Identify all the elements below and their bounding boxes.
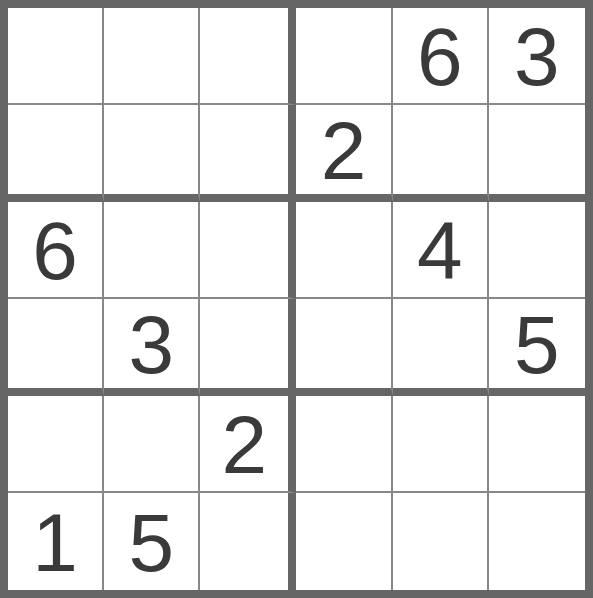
cell-r5c3[interactable]: 2 [200, 396, 296, 493]
cell-r2c2[interactable] [104, 105, 200, 202]
cell-r6c5[interactable] [393, 493, 489, 590]
cell-r1c4[interactable] [296, 8, 392, 105]
cell-r2c1[interactable] [8, 105, 104, 202]
given-digit: 6 [32, 208, 78, 292]
cell-r1c6[interactable]: 3 [489, 8, 585, 105]
cell-r4c6[interactable]: 5 [489, 299, 585, 396]
given-digit: 6 [417, 14, 463, 98]
cell-r5c4[interactable] [296, 396, 392, 493]
cell-r6c1[interactable]: 1 [8, 493, 104, 590]
sudoku-board: 6326435215 [0, 0, 593, 598]
cell-r3c5[interactable]: 4 [393, 202, 489, 299]
cell-r5c2[interactable] [104, 396, 200, 493]
cell-r4c4[interactable] [296, 299, 392, 396]
cell-r3c3[interactable] [200, 202, 296, 299]
cell-r3c2[interactable] [104, 202, 200, 299]
cell-r5c6[interactable] [489, 396, 585, 493]
cell-r6c4[interactable] [296, 493, 392, 590]
cell-r2c5[interactable] [393, 105, 489, 202]
given-digit: 2 [222, 402, 268, 486]
given-digit: 2 [321, 108, 367, 192]
cell-r1c1[interactable] [8, 8, 104, 105]
sudoku-puzzle: 6326435215 [0, 0, 593, 598]
cell-r4c3[interactable] [200, 299, 296, 396]
given-digit: 5 [514, 302, 560, 386]
cell-r2c3[interactable] [200, 105, 296, 202]
cell-r4c5[interactable] [393, 299, 489, 396]
cell-r3c4[interactable] [296, 202, 392, 299]
cell-r4c1[interactable] [8, 299, 104, 396]
cell-r3c1[interactable]: 6 [8, 202, 104, 299]
given-digit: 3 [128, 302, 174, 386]
cell-r5c5[interactable] [393, 396, 489, 493]
given-digit: 5 [128, 500, 174, 584]
cell-r6c6[interactable] [489, 493, 585, 590]
cell-r6c3[interactable] [200, 493, 296, 590]
cell-r3c6[interactable] [489, 202, 585, 299]
given-digit: 4 [417, 208, 463, 292]
cell-r1c3[interactable] [200, 8, 296, 105]
cell-r1c5[interactable]: 6 [393, 8, 489, 105]
cell-r2c4[interactable]: 2 [296, 105, 392, 202]
cell-r1c2[interactable] [104, 8, 200, 105]
cell-r5c1[interactable] [8, 396, 104, 493]
cell-r4c2[interactable]: 3 [104, 299, 200, 396]
cell-r2c6[interactable] [489, 105, 585, 202]
cell-r6c2[interactable]: 5 [104, 493, 200, 590]
given-digit: 3 [514, 14, 560, 98]
given-digit: 1 [32, 500, 78, 584]
